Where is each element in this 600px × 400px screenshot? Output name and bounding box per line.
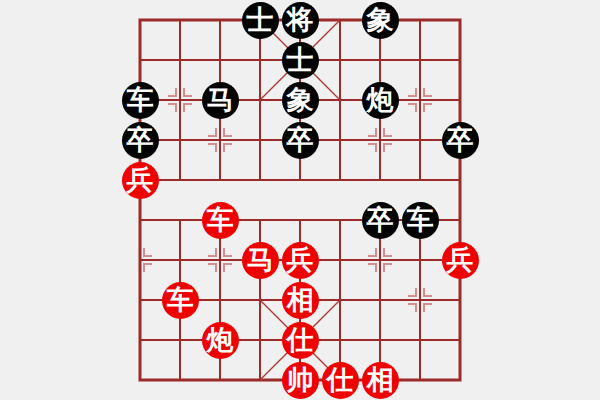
red-horse[interactable]: 马	[242, 242, 279, 279]
black-horse[interactable]: 马	[202, 82, 239, 119]
black-elephant[interactable]: 象	[362, 2, 399, 39]
black-advisor[interactable]: 士	[282, 42, 319, 79]
red-advisor[interactable]: 仕	[322, 362, 359, 399]
black-cannon[interactable]: 炮	[362, 82, 399, 119]
black-soldier[interactable]: 卒	[362, 202, 399, 239]
red-elephant[interactable]: 相	[282, 282, 319, 319]
black-soldier[interactable]: 卒	[122, 122, 159, 159]
red-general[interactable]: 帅	[282, 362, 319, 399]
black-chariot[interactable]: 车	[122, 82, 159, 119]
black-soldier[interactable]: 卒	[282, 122, 319, 159]
red-chariot[interactable]: 车	[162, 282, 199, 319]
pieces-layer: 士将象士车马象炮卒卒卒兵车卒车马兵兵车相炮仕帅仕相	[120, 0, 480, 400]
red-soldier[interactable]: 兵	[282, 242, 319, 279]
black-advisor[interactable]: 士	[242, 2, 279, 39]
black-chariot[interactable]: 车	[402, 202, 439, 239]
black-soldier[interactable]: 卒	[442, 122, 479, 159]
red-cannon[interactable]: 炮	[202, 322, 239, 359]
black-general[interactable]: 将	[282, 2, 319, 39]
black-elephant[interactable]: 象	[282, 82, 319, 119]
red-chariot[interactable]: 车	[202, 202, 239, 239]
red-advisor[interactable]: 仕	[282, 322, 319, 359]
red-soldier[interactable]: 兵	[442, 242, 479, 279]
xiangqi-board: 士将象士车马象炮卒卒卒兵车卒车马兵兵车相炮仕帅仕相	[0, 0, 600, 400]
red-soldier[interactable]: 兵	[122, 162, 159, 199]
red-elephant[interactable]: 相	[362, 362, 399, 399]
